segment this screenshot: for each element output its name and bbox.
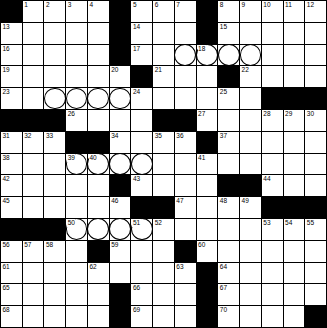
circle-marker xyxy=(218,44,240,66)
clue-number: 44 xyxy=(263,175,271,183)
clue-number: 46 xyxy=(111,197,119,205)
black-cell xyxy=(175,110,196,131)
white-cell[interactable] xyxy=(305,66,326,87)
white-cell[interactable] xyxy=(240,23,261,44)
clue-number: 14 xyxy=(132,23,140,31)
white-cell[interactable] xyxy=(284,132,305,153)
white-cell[interactable] xyxy=(197,175,218,196)
black-cell xyxy=(88,241,109,262)
white-cell[interactable] xyxy=(66,175,87,196)
white-cell[interactable] xyxy=(240,154,261,175)
white-cell[interactable] xyxy=(66,197,87,218)
white-cell[interactable]: 2 xyxy=(44,1,65,22)
clue-number: 37 xyxy=(219,132,227,140)
white-cell[interactable] xyxy=(23,45,44,66)
black-cell xyxy=(175,241,196,262)
black-cell xyxy=(284,88,305,109)
white-cell[interactable]: 15 xyxy=(218,23,239,44)
white-cell[interactable] xyxy=(66,284,87,305)
clue-number: 34 xyxy=(111,132,119,140)
black-cell xyxy=(110,284,131,305)
white-cell[interactable] xyxy=(88,306,109,327)
white-cell[interactable] xyxy=(262,241,283,262)
white-cell[interactable]: 53 xyxy=(262,219,283,240)
white-cell[interactable] xyxy=(305,263,326,284)
white-cell[interactable] xyxy=(88,23,109,44)
white-cell[interactable] xyxy=(284,175,305,196)
clue-number: 56 xyxy=(2,241,10,249)
white-cell[interactable] xyxy=(240,132,261,153)
white-cell[interactable] xyxy=(66,66,87,87)
white-cell[interactable]: 69 xyxy=(131,306,152,327)
white-cell[interactable] xyxy=(175,23,196,44)
black-cell xyxy=(1,1,22,22)
white-cell[interactable] xyxy=(175,175,196,196)
clue-number: 60 xyxy=(198,241,206,249)
white-cell[interactable] xyxy=(88,110,109,131)
black-cell xyxy=(218,66,239,87)
white-cell[interactable] xyxy=(284,66,305,87)
white-cell[interactable] xyxy=(131,154,152,175)
white-cell[interactable] xyxy=(284,241,305,262)
clue-number: 9 xyxy=(241,1,246,9)
white-cell[interactable]: 62 xyxy=(88,263,109,284)
white-cell[interactable] xyxy=(44,175,65,196)
white-cell[interactable] xyxy=(44,45,65,66)
white-cell[interactable] xyxy=(88,45,109,66)
clue-number: 25 xyxy=(219,88,227,96)
black-cell xyxy=(131,197,152,218)
white-cell[interactable] xyxy=(23,263,44,284)
circle-marker xyxy=(66,88,88,110)
white-cell[interactable]: 57 xyxy=(23,241,44,262)
white-cell[interactable]: 26 xyxy=(66,110,87,131)
white-cell[interactable]: 21 xyxy=(153,66,174,87)
clue-number: 59 xyxy=(111,241,119,249)
white-cell[interactable]: 27 xyxy=(197,110,218,131)
white-cell[interactable] xyxy=(153,306,174,327)
black-cell xyxy=(284,197,305,218)
clue-number: 40 xyxy=(89,154,97,162)
white-cell[interactable] xyxy=(23,88,44,109)
white-cell[interactable] xyxy=(66,241,87,262)
black-cell xyxy=(153,197,174,218)
white-cell[interactable] xyxy=(240,219,261,240)
clue-number: 2 xyxy=(45,1,50,9)
white-cell[interactable]: 14 xyxy=(131,23,152,44)
clue-number: 35 xyxy=(154,132,162,140)
clue-number: 11 xyxy=(285,1,293,9)
white-cell[interactable] xyxy=(175,284,196,305)
white-cell[interactable]: 24 xyxy=(131,88,152,109)
white-cell[interactable] xyxy=(153,241,174,262)
white-cell[interactable] xyxy=(131,132,152,153)
white-cell[interactable] xyxy=(240,45,261,66)
white-cell[interactable] xyxy=(197,66,218,87)
white-cell[interactable]: 6 xyxy=(153,1,174,22)
white-cell[interactable] xyxy=(131,110,152,131)
white-cell[interactable] xyxy=(284,263,305,284)
white-cell[interactable] xyxy=(262,284,283,305)
white-cell[interactable]: 51 xyxy=(131,219,152,240)
white-cell[interactable]: 1 xyxy=(23,1,44,22)
white-cell[interactable]: 35 xyxy=(153,132,174,153)
white-cell[interactable]: 64 xyxy=(218,263,239,284)
white-cell[interactable]: 59 xyxy=(110,241,131,262)
white-cell[interactable] xyxy=(66,88,87,109)
white-cell[interactable]: 25 xyxy=(218,88,239,109)
white-cell[interactable] xyxy=(44,306,65,327)
white-cell[interactable] xyxy=(153,284,174,305)
white-cell[interactable] xyxy=(23,284,44,305)
clue-number: 69 xyxy=(132,306,140,314)
clue-number: 28 xyxy=(263,110,271,118)
white-cell[interactable]: 47 xyxy=(175,197,196,218)
crossword-grid: 1234567891011121314151617181920212223242… xyxy=(0,0,327,328)
white-cell[interactable] xyxy=(23,154,44,175)
clue-number: 58 xyxy=(45,241,53,249)
circle-marker xyxy=(240,44,262,66)
clue-number: 31 xyxy=(2,132,10,140)
white-cell[interactable] xyxy=(284,306,305,327)
white-cell[interactable]: 28 xyxy=(262,110,283,131)
white-cell[interactable] xyxy=(240,110,261,131)
white-cell[interactable]: 8 xyxy=(218,1,239,22)
circle-marker xyxy=(87,218,109,240)
white-cell[interactable]: 65 xyxy=(1,284,22,305)
white-cell[interactable] xyxy=(110,88,131,109)
white-cell[interactable]: 5 xyxy=(131,1,152,22)
clue-number: 43 xyxy=(132,175,140,183)
white-cell[interactable]: 61 xyxy=(1,263,22,284)
white-cell[interactable]: 3 xyxy=(66,1,87,22)
white-cell[interactable]: 49 xyxy=(240,197,261,218)
white-cell[interactable] xyxy=(44,197,65,218)
white-cell[interactable] xyxy=(66,263,87,284)
clue-number: 50 xyxy=(67,219,75,227)
clue-number: 62 xyxy=(89,263,97,271)
white-cell[interactable] xyxy=(88,175,109,196)
black-cell xyxy=(240,175,261,196)
clue-number: 70 xyxy=(219,306,227,314)
white-cell[interactable] xyxy=(110,154,131,175)
clue-number: 8 xyxy=(219,1,224,9)
white-cell[interactable] xyxy=(284,45,305,66)
white-cell[interactable] xyxy=(175,306,196,327)
black-cell xyxy=(1,219,22,240)
white-cell[interactable] xyxy=(218,45,239,66)
white-cell[interactable]: 42 xyxy=(1,175,22,196)
black-cell xyxy=(197,306,218,327)
white-cell[interactable] xyxy=(153,263,174,284)
black-cell xyxy=(218,175,239,196)
white-cell[interactable]: 33 xyxy=(44,132,65,153)
clue-number: 68 xyxy=(2,306,10,314)
circle-marker xyxy=(109,153,131,175)
clue-number: 33 xyxy=(45,132,53,140)
clue-number: 32 xyxy=(24,132,32,140)
white-cell[interactable] xyxy=(197,219,218,240)
white-cell[interactable]: 12 xyxy=(305,1,326,22)
white-cell[interactable] xyxy=(23,66,44,87)
white-cell[interactable]: 45 xyxy=(1,197,22,218)
white-cell[interactable]: 70 xyxy=(218,306,239,327)
clue-number: 15 xyxy=(219,23,227,31)
white-cell[interactable]: 18 xyxy=(197,45,218,66)
white-cell[interactable] xyxy=(44,284,65,305)
circle-marker xyxy=(131,153,153,175)
clue-number: 29 xyxy=(285,110,293,118)
black-cell xyxy=(44,110,65,131)
white-cell[interactable]: 4 xyxy=(88,1,109,22)
clue-number: 5 xyxy=(132,1,137,9)
white-cell[interactable]: 44 xyxy=(262,175,283,196)
white-cell[interactable]: 40 xyxy=(88,154,109,175)
clue-number: 41 xyxy=(198,154,206,162)
white-cell[interactable] xyxy=(88,219,109,240)
white-cell[interactable] xyxy=(218,154,239,175)
black-cell xyxy=(110,45,131,66)
black-cell xyxy=(197,23,218,44)
white-cell[interactable] xyxy=(240,284,261,305)
white-cell[interactable] xyxy=(44,88,65,109)
clue-number: 27 xyxy=(198,110,206,118)
white-cell[interactable] xyxy=(153,154,174,175)
clue-number: 4 xyxy=(89,1,94,9)
white-cell[interactable] xyxy=(44,154,65,175)
clue-number: 64 xyxy=(219,263,227,271)
circle-marker xyxy=(174,44,196,66)
white-cell[interactable] xyxy=(44,66,65,87)
white-cell[interactable] xyxy=(88,88,109,109)
black-cell xyxy=(305,88,326,109)
white-cell[interactable] xyxy=(44,23,65,44)
circle-marker xyxy=(44,88,66,110)
clue-number: 17 xyxy=(132,45,140,53)
clue-number: 38 xyxy=(2,154,10,162)
clue-number: 36 xyxy=(176,132,184,140)
clue-number: 61 xyxy=(2,263,10,271)
white-cell[interactable]: 39 xyxy=(66,154,87,175)
clue-number: 51 xyxy=(132,219,140,227)
white-cell[interactable] xyxy=(110,219,131,240)
white-cell[interactable] xyxy=(66,45,87,66)
black-cell xyxy=(110,1,131,22)
white-cell[interactable]: 54 xyxy=(284,219,305,240)
white-cell[interactable]: 19 xyxy=(1,66,22,87)
clue-number: 23 xyxy=(2,88,10,96)
white-cell[interactable] xyxy=(23,175,44,196)
white-cell[interactable]: 10 xyxy=(262,1,283,22)
black-cell xyxy=(262,88,283,109)
white-cell[interactable]: 55 xyxy=(305,219,326,240)
clue-number: 42 xyxy=(2,175,10,183)
circle-marker xyxy=(109,88,131,110)
clue-number: 48 xyxy=(219,197,227,205)
clue-number: 63 xyxy=(176,263,184,271)
white-cell[interactable] xyxy=(262,154,283,175)
white-cell[interactable] xyxy=(153,175,174,196)
clue-number: 19 xyxy=(2,66,10,74)
black-cell xyxy=(23,110,44,131)
white-cell[interactable] xyxy=(305,241,326,262)
clue-number: 39 xyxy=(67,154,75,162)
white-cell[interactable]: 7 xyxy=(175,1,196,22)
white-cell[interactable] xyxy=(262,263,283,284)
clue-number: 54 xyxy=(285,219,293,227)
white-cell[interactable]: 46 xyxy=(110,197,131,218)
clue-number: 52 xyxy=(154,219,162,227)
white-cell[interactable] xyxy=(88,66,109,87)
white-cell[interactable] xyxy=(175,154,196,175)
white-cell[interactable] xyxy=(175,66,196,87)
white-cell[interactable] xyxy=(23,306,44,327)
white-cell[interactable] xyxy=(23,197,44,218)
white-cell[interactable]: 50 xyxy=(66,219,87,240)
black-cell xyxy=(1,110,22,131)
white-cell[interactable]: 31 xyxy=(1,132,22,153)
white-cell[interactable]: 41 xyxy=(197,154,218,175)
white-cell[interactable] xyxy=(197,197,218,218)
circle-marker xyxy=(87,88,109,110)
white-cell[interactable] xyxy=(262,306,283,327)
black-cell xyxy=(305,306,326,327)
white-cell[interactable] xyxy=(131,263,152,284)
white-cell[interactable] xyxy=(88,284,109,305)
white-cell[interactable] xyxy=(240,88,261,109)
clue-number: 55 xyxy=(306,219,314,227)
white-cell[interactable] xyxy=(218,241,239,262)
white-cell[interactable]: 52 xyxy=(153,219,174,240)
white-cell[interactable] xyxy=(175,45,196,66)
black-cell xyxy=(23,219,44,240)
black-cell xyxy=(197,263,218,284)
clue-number: 20 xyxy=(111,66,119,74)
white-cell[interactable] xyxy=(305,132,326,153)
circle-marker xyxy=(109,218,131,240)
white-cell[interactable]: 17 xyxy=(131,45,152,66)
white-cell[interactable] xyxy=(131,241,152,262)
black-cell xyxy=(197,1,218,22)
white-cell[interactable] xyxy=(284,284,305,305)
white-cell[interactable] xyxy=(175,88,196,109)
white-cell[interactable]: 16 xyxy=(1,45,22,66)
white-cell[interactable] xyxy=(305,45,326,66)
clue-number: 10 xyxy=(263,1,271,9)
white-cell[interactable] xyxy=(175,219,196,240)
white-cell[interactable]: 48 xyxy=(218,197,239,218)
white-cell[interactable]: 30 xyxy=(305,110,326,131)
black-cell xyxy=(110,306,131,327)
white-cell[interactable] xyxy=(305,284,326,305)
clue-number: 49 xyxy=(241,197,249,205)
white-cell[interactable] xyxy=(240,263,261,284)
black-cell xyxy=(110,23,131,44)
white-cell[interactable]: 9 xyxy=(240,1,261,22)
white-cell[interactable] xyxy=(153,45,174,66)
clue-number: 22 xyxy=(241,66,249,74)
white-cell[interactable] xyxy=(66,23,87,44)
white-cell[interactable]: 58 xyxy=(44,241,65,262)
white-cell[interactable]: 63 xyxy=(175,263,196,284)
white-cell[interactable] xyxy=(262,45,283,66)
clue-number: 7 xyxy=(176,1,181,9)
white-cell[interactable] xyxy=(88,197,109,218)
white-cell[interactable] xyxy=(305,23,326,44)
white-cell[interactable]: 22 xyxy=(240,66,261,87)
black-cell xyxy=(131,66,152,87)
black-cell xyxy=(197,132,218,153)
white-cell[interactable]: 32 xyxy=(23,132,44,153)
white-cell[interactable]: 37 xyxy=(218,132,239,153)
white-cell[interactable] xyxy=(240,241,261,262)
white-cell[interactable] xyxy=(305,154,326,175)
white-cell[interactable]: 60 xyxy=(197,241,218,262)
white-cell[interactable] xyxy=(240,306,261,327)
white-cell[interactable]: 56 xyxy=(1,241,22,262)
white-cell[interactable] xyxy=(262,132,283,153)
clue-number: 24 xyxy=(132,88,140,96)
white-cell[interactable] xyxy=(197,88,218,109)
clue-number: 67 xyxy=(219,284,227,292)
white-cell[interactable]: 67 xyxy=(218,284,239,305)
clue-number: 16 xyxy=(2,45,10,53)
white-cell[interactable] xyxy=(153,23,174,44)
clue-number: 18 xyxy=(198,45,206,53)
black-cell xyxy=(66,132,87,153)
white-cell[interactable] xyxy=(110,263,131,284)
black-cell xyxy=(88,132,109,153)
white-cell[interactable]: 36 xyxy=(175,132,196,153)
white-cell[interactable] xyxy=(284,23,305,44)
clue-number: 57 xyxy=(24,241,32,249)
white-cell[interactable]: 23 xyxy=(1,88,22,109)
white-cell[interactable]: 13 xyxy=(1,23,22,44)
white-cell[interactable]: 66 xyxy=(131,284,152,305)
white-cell[interactable]: 38 xyxy=(1,154,22,175)
clue-number: 21 xyxy=(154,66,162,74)
white-cell[interactable] xyxy=(66,306,87,327)
white-cell[interactable] xyxy=(153,88,174,109)
clue-number: 45 xyxy=(2,197,10,205)
clue-number: 66 xyxy=(132,284,140,292)
white-cell[interactable] xyxy=(23,23,44,44)
clue-number: 12 xyxy=(306,1,314,9)
white-cell[interactable] xyxy=(218,219,239,240)
black-cell xyxy=(44,219,65,240)
white-cell[interactable] xyxy=(262,66,283,87)
white-cell[interactable] xyxy=(218,110,239,131)
white-cell[interactable] xyxy=(262,23,283,44)
white-cell[interactable]: 68 xyxy=(1,306,22,327)
white-cell[interactable] xyxy=(110,110,131,131)
white-cell[interactable] xyxy=(305,175,326,196)
white-cell[interactable] xyxy=(44,263,65,284)
white-cell[interactable]: 29 xyxy=(284,110,305,131)
white-cell[interactable]: 11 xyxy=(284,1,305,22)
clue-number: 47 xyxy=(176,197,184,205)
clue-number: 3 xyxy=(67,1,72,9)
clue-number: 53 xyxy=(263,219,271,227)
white-cell[interactable]: 43 xyxy=(131,175,152,196)
black-cell xyxy=(153,110,174,131)
clue-number: 30 xyxy=(306,110,314,118)
white-cell[interactable]: 20 xyxy=(110,66,131,87)
white-cell[interactable]: 34 xyxy=(110,132,131,153)
clue-number: 1 xyxy=(24,1,29,9)
white-cell[interactable] xyxy=(284,154,305,175)
black-cell xyxy=(305,197,326,218)
